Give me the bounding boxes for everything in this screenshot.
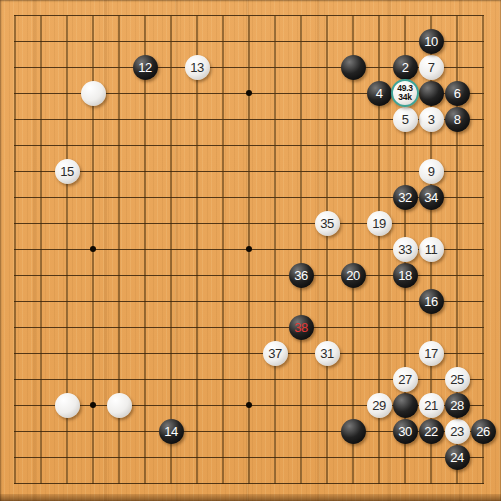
move-number-label: 15 xyxy=(60,164,73,179)
stone-white-plain xyxy=(107,393,132,418)
stone-black-move-26: 26 xyxy=(471,419,496,444)
stone-black-plain xyxy=(419,81,444,106)
stone-white-move-31: 31 xyxy=(315,341,340,366)
star-point xyxy=(90,402,96,408)
move-number-label: 13 xyxy=(190,60,203,75)
ai-visits-label: 34k xyxy=(398,93,411,102)
move-number-label: 33 xyxy=(398,242,411,257)
go-board[interactable]: 2345678910111213141516171819202122232425… xyxy=(0,0,501,501)
move-number-label: 2 xyxy=(402,60,409,75)
grid-line-horizontal xyxy=(14,457,484,458)
move-number-label: 35 xyxy=(320,216,333,231)
move-number-label: 4 xyxy=(376,86,383,101)
move-number-label: 19 xyxy=(372,216,385,231)
move-number-label: 6 xyxy=(454,86,461,101)
move-number-label: 37 xyxy=(268,346,281,361)
stone-black-plain xyxy=(341,55,366,80)
move-number-label: 23 xyxy=(450,424,463,439)
move-number-label: 8 xyxy=(454,112,461,127)
stone-black-move-30: 30 xyxy=(393,419,418,444)
move-number-label: 17 xyxy=(424,346,437,361)
stone-black-move-22: 22 xyxy=(419,419,444,444)
stone-black-move-6: 6 xyxy=(445,81,470,106)
grid-line-vertical xyxy=(482,15,484,484)
move-number-label: 7 xyxy=(428,60,435,75)
stone-black-move-4: 4 xyxy=(367,81,392,106)
move-number-label: 10 xyxy=(424,34,437,49)
stone-white-move-27: 27 xyxy=(393,367,418,392)
stone-black-plain xyxy=(341,419,366,444)
stone-white-plain xyxy=(55,393,80,418)
stone-white-move-23: 23 xyxy=(445,419,470,444)
move-number-label: 29 xyxy=(372,398,385,413)
star-point xyxy=(246,402,252,408)
stone-white-move-21: 21 xyxy=(419,393,444,418)
move-number-label: 24 xyxy=(450,450,463,465)
move-number-label: 32 xyxy=(398,190,411,205)
stone-white-move-5: 5 xyxy=(393,107,418,132)
move-number-label: 26 xyxy=(476,424,489,439)
stone-white-move-25: 25 xyxy=(445,367,470,392)
stone-black-plain xyxy=(393,393,418,418)
move-number-label: 12 xyxy=(138,60,151,75)
stone-white-move-3: 3 xyxy=(419,107,444,132)
grid-line-horizontal xyxy=(14,327,484,328)
move-number-label: 3 xyxy=(428,112,435,127)
move-number-label: 31 xyxy=(320,346,333,361)
grid-line-vertical xyxy=(352,15,354,484)
stone-black-move-16: 16 xyxy=(419,289,444,314)
star-point xyxy=(246,90,252,96)
move-number-label: 16 xyxy=(424,294,437,309)
move-number-label: 9 xyxy=(428,164,435,179)
move-number-label: 20 xyxy=(346,268,359,283)
stone-white-move-37: 37 xyxy=(263,341,288,366)
stone-white-move-11: 11 xyxy=(419,237,444,262)
stone-white-move-9: 9 xyxy=(419,159,444,184)
stone-white-move-13: 13 xyxy=(185,55,210,80)
move-number-label: 27 xyxy=(398,372,411,387)
stone-black-move-24: 24 xyxy=(445,445,470,470)
stone-black-move-18: 18 xyxy=(393,263,418,288)
stone-white-move-19: 19 xyxy=(367,211,392,236)
move-number-label: 36 xyxy=(294,268,307,283)
stone-white-move-15: 15 xyxy=(55,159,80,184)
stone-black-move-28: 28 xyxy=(445,393,470,418)
move-number-label: 11 xyxy=(425,242,438,257)
stone-white-move-35: 35 xyxy=(315,211,340,236)
stone-black-move-32: 32 xyxy=(393,185,418,210)
move-number-label: 14 xyxy=(164,424,177,439)
grid-line-horizontal xyxy=(14,483,484,484)
move-number-label: 30 xyxy=(398,424,411,439)
screenshot-root: 2345678910111213141516171819202122232425… xyxy=(0,0,501,501)
grid-line-horizontal xyxy=(14,353,484,354)
star-point xyxy=(246,246,252,252)
stone-black-move-20: 20 xyxy=(341,263,366,288)
grid-line-vertical xyxy=(300,15,302,484)
move-number-label: 38 xyxy=(294,320,307,335)
stone-black-move-10: 10 xyxy=(419,29,444,54)
move-number-label: 28 xyxy=(450,398,463,413)
grid-line-vertical xyxy=(274,15,276,484)
move-number-label: 21 xyxy=(424,398,437,413)
move-number-label: 34 xyxy=(424,190,437,205)
stone-black-move-14: 14 xyxy=(159,419,184,444)
stone-black-move-2: 2 xyxy=(393,55,418,80)
stone-black-move-8: 8 xyxy=(445,107,470,132)
board-bottom-edge-shadow xyxy=(0,494,501,501)
grid-line-horizontal xyxy=(14,301,484,302)
ai-suggestion-stone[interactable]: 49.334k xyxy=(391,79,419,107)
stone-white-move-29: 29 xyxy=(367,393,392,418)
stone-white-plain xyxy=(81,81,106,106)
stone-black-move-38: 38 xyxy=(289,315,314,340)
stone-white-move-33: 33 xyxy=(393,237,418,262)
move-number-label: 22 xyxy=(424,424,437,439)
move-number-label: 25 xyxy=(450,372,463,387)
grid-line-vertical xyxy=(326,15,328,484)
move-number-label: 18 xyxy=(398,268,411,283)
star-point xyxy=(90,246,96,252)
stone-black-move-34: 34 xyxy=(419,185,444,210)
move-number-label: 5 xyxy=(402,112,409,127)
stone-white-move-7: 7 xyxy=(419,55,444,80)
stone-black-move-12: 12 xyxy=(133,55,158,80)
stone-black-move-36: 36 xyxy=(289,263,314,288)
stone-white-move-17: 17 xyxy=(419,341,444,366)
